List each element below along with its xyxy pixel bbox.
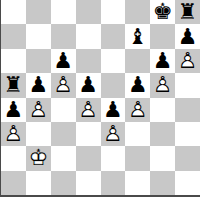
square-g3[interactable]: [150, 122, 175, 146]
square-a3[interactable]: ♟♙: [1, 122, 26, 146]
white-pawn-g5[interactable]: ♟♙: [150, 73, 175, 97]
square-f1[interactable]: [125, 171, 150, 195]
square-h7[interactable]: ♟: [175, 24, 200, 48]
piece-outline: ♔: [26, 146, 51, 170]
white-king-b2[interactable]: ♚♔: [26, 146, 51, 170]
square-a7[interactable]: [1, 24, 26, 48]
square-b3[interactable]: [26, 122, 51, 146]
square-e7[interactable]: [101, 24, 126, 48]
square-b4[interactable]: ♟♙: [26, 98, 51, 122]
square-d1[interactable]: [76, 171, 101, 195]
piece-outline: ♙: [125, 98, 150, 122]
square-g2[interactable]: [150, 146, 175, 170]
square-c7[interactable]: [51, 24, 76, 48]
black-rook-h8[interactable]: ♜: [175, 0, 200, 24]
chess-board: ♚♜♝♟♟♟♟♙♜♟♟♙♟♟♟♙♟♟♙♟♙♟♟♙♟♙♟♙♚♔: [0, 0, 200, 197]
square-h6[interactable]: ♟♙: [175, 49, 200, 73]
square-c1[interactable]: [51, 171, 76, 195]
piece-outline: ♙: [101, 122, 126, 146]
square-f3[interactable]: [125, 122, 150, 146]
square-b7[interactable]: [26, 24, 51, 48]
white-pawn-f4[interactable]: ♟♙: [125, 98, 150, 122]
square-b1[interactable]: [26, 171, 51, 195]
square-b2[interactable]: ♚♔: [26, 146, 51, 170]
black-pawn-c6[interactable]: ♟: [51, 49, 76, 73]
square-h1[interactable]: [175, 171, 200, 195]
square-e1[interactable]: [101, 171, 126, 195]
square-c5[interactable]: ♟♙: [51, 73, 76, 97]
square-d5[interactable]: ♟: [76, 73, 101, 97]
piece-outline: ♙: [26, 98, 51, 122]
black-rook-a5[interactable]: ♜: [1, 73, 26, 97]
square-a1[interactable]: [1, 171, 26, 195]
square-f7[interactable]: ♝: [125, 24, 150, 48]
white-pawn-h6[interactable]: ♟♙: [175, 49, 200, 73]
square-c2[interactable]: [51, 146, 76, 170]
square-e6[interactable]: [101, 49, 126, 73]
square-d7[interactable]: [76, 24, 101, 48]
square-c3[interactable]: [51, 122, 76, 146]
black-pawn-b5[interactable]: ♟: [26, 73, 51, 97]
square-d6[interactable]: [76, 49, 101, 73]
white-pawn-d4[interactable]: ♟♙: [76, 98, 101, 122]
piece-outline: ♙: [51, 73, 76, 97]
square-g1[interactable]: [150, 171, 175, 195]
square-a6[interactable]: [1, 49, 26, 73]
square-g5[interactable]: ♟♙: [150, 73, 175, 97]
black-pawn-d5[interactable]: ♟: [76, 73, 101, 97]
square-g7[interactable]: [150, 24, 175, 48]
black-pawn-f5[interactable]: ♟: [125, 73, 150, 97]
square-f6[interactable]: [125, 49, 150, 73]
black-pawn-e4[interactable]: ♟: [101, 98, 126, 122]
white-pawn-a3[interactable]: ♟♙: [1, 122, 26, 146]
square-c4[interactable]: [51, 98, 76, 122]
square-d4[interactable]: ♟♙: [76, 98, 101, 122]
piece-outline: ♙: [175, 49, 200, 73]
square-d2[interactable]: [76, 146, 101, 170]
square-g4[interactable]: [150, 98, 175, 122]
square-e5[interactable]: [101, 73, 126, 97]
square-g6[interactable]: ♟: [150, 49, 175, 73]
square-e4[interactable]: ♟: [101, 98, 126, 122]
square-f5[interactable]: ♟: [125, 73, 150, 97]
square-a2[interactable]: [1, 146, 26, 170]
square-d3[interactable]: [76, 122, 101, 146]
square-a5[interactable]: ♜: [1, 73, 26, 97]
square-e8[interactable]: [101, 0, 126, 24]
square-h4[interactable]: [175, 98, 200, 122]
square-h5[interactable]: [175, 73, 200, 97]
square-c8[interactable]: [51, 0, 76, 24]
white-pawn-b4[interactable]: ♟♙: [26, 98, 51, 122]
square-e3[interactable]: ♟♙: [101, 122, 126, 146]
square-f8[interactable]: [125, 0, 150, 24]
square-b8[interactable]: [26, 0, 51, 24]
square-b5[interactable]: ♟: [26, 73, 51, 97]
black-pawn-g6[interactable]: ♟: [150, 49, 175, 73]
black-king-g8[interactable]: ♚: [150, 0, 175, 24]
square-h2[interactable]: [175, 146, 200, 170]
piece-outline: ♙: [76, 98, 101, 122]
piece-outline: ♙: [1, 122, 26, 146]
square-f2[interactable]: [125, 146, 150, 170]
white-pawn-c5[interactable]: ♟♙: [51, 73, 76, 97]
black-bishop-f7[interactable]: ♝: [125, 24, 150, 48]
white-pawn-e3[interactable]: ♟♙: [101, 122, 126, 146]
square-b6[interactable]: [26, 49, 51, 73]
square-h8[interactable]: ♜: [175, 0, 200, 24]
square-a4[interactable]: ♟: [1, 98, 26, 122]
square-h3[interactable]: [175, 122, 200, 146]
square-e2[interactable]: [101, 146, 126, 170]
square-f4[interactable]: ♟♙: [125, 98, 150, 122]
black-pawn-a4[interactable]: ♟: [1, 98, 26, 122]
piece-outline: ♙: [150, 73, 175, 97]
black-pawn-h7[interactable]: ♟: [175, 24, 200, 48]
square-g8[interactable]: ♚: [150, 0, 175, 24]
square-a8[interactable]: [1, 0, 26, 24]
square-d8[interactable]: [76, 0, 101, 24]
square-c6[interactable]: ♟: [51, 49, 76, 73]
